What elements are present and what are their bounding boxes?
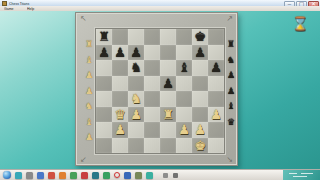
- piece-black-b[interactable]: ♝: [176, 60, 192, 76]
- square-f7[interactable]: [176, 45, 192, 61]
- square-f2[interactable]: ♟: [176, 122, 192, 138]
- taskbar-app-icon[interactable]: [92, 172, 99, 179]
- captured-black-piece: ♛: [227, 115, 235, 131]
- piece-black-p[interactable]: ♟: [208, 60, 224, 76]
- captured-black-piece: ♝: [227, 99, 235, 115]
- menu-help[interactable]: Help: [27, 7, 34, 10]
- taskbar-app-icon[interactable]: [146, 172, 153, 179]
- square-c1[interactable]: [128, 138, 144, 154]
- square-a4[interactable]: [96, 91, 112, 107]
- square-d1[interactable]: [144, 138, 160, 154]
- square-g6[interactable]: [192, 60, 208, 76]
- piece-black-r[interactable]: ♜: [96, 29, 112, 45]
- taskbar[interactable]: [0, 169, 320, 180]
- square-c6[interactable]: ♞: [128, 60, 144, 76]
- captured-white-piece: ♝: [85, 115, 93, 131]
- piece-black-p[interactable]: ♟: [112, 45, 128, 61]
- square-g1[interactable]: ♚: [192, 138, 208, 154]
- square-f5[interactable]: [176, 76, 192, 92]
- system-tray: [163, 173, 178, 178]
- corner-ornament-icon: ↘: [226, 155, 233, 164]
- square-h5[interactable]: [208, 76, 224, 92]
- square-g2[interactable]: ♟: [192, 122, 208, 138]
- taskbar-app-icon[interactable]: [70, 172, 77, 179]
- square-g4[interactable]: [192, 91, 208, 107]
- corner-ornament-icon: ↙: [80, 155, 87, 164]
- piece-white-p[interactable]: ♟: [112, 122, 128, 138]
- square-e3[interactable]: ♜: [160, 107, 176, 123]
- square-d6[interactable]: [144, 60, 160, 76]
- square-b5[interactable]: [112, 76, 128, 92]
- taskbar-app-icon[interactable]: [26, 172, 33, 179]
- window-title: Chess Titans: [9, 1, 29, 5]
- piece-white-p[interactable]: ♟: [192, 122, 208, 138]
- captured-white-piece: ♟: [85, 68, 93, 84]
- square-d8[interactable]: [144, 29, 160, 45]
- taskbar-app-icon[interactable]: [81, 172, 88, 179]
- taskbar-app-icon[interactable]: [48, 172, 55, 179]
- piece-white-r[interactable]: ♜: [160, 107, 176, 123]
- square-h1[interactable]: [208, 138, 224, 154]
- tray-clock-area[interactable]: [283, 170, 320, 180]
- square-f4[interactable]: [176, 91, 192, 107]
- square-b2[interactable]: ♟: [112, 122, 128, 138]
- taskbar-app-icon[interactable]: [15, 172, 22, 179]
- captured-white-piece: ♝: [85, 53, 93, 69]
- square-b4[interactable]: [112, 91, 128, 107]
- square-f8[interactable]: [176, 29, 192, 45]
- square-c3[interactable]: ♟: [128, 107, 144, 123]
- square-a5[interactable]: [96, 76, 112, 92]
- tray-icon[interactable]: [163, 173, 168, 178]
- piece-white-p[interactable]: ♟: [176, 122, 192, 138]
- square-e2[interactable]: [160, 122, 176, 138]
- piece-black-p[interactable]: ♟: [96, 45, 112, 61]
- captured-white-piece: ♜: [85, 37, 93, 53]
- taskbar-app-icon[interactable]: [59, 172, 66, 179]
- square-d5[interactable]: [144, 76, 160, 92]
- square-e7[interactable]: [160, 45, 176, 61]
- square-b3[interactable]: ♛: [112, 107, 128, 123]
- square-h3[interactable]: ♟: [208, 107, 224, 123]
- corner-ornament-icon: ↗: [226, 14, 233, 23]
- captured-black-piece: ♟: [227, 84, 235, 100]
- square-c2[interactable]: [128, 122, 144, 138]
- captured-white-piece: ♟: [85, 130, 93, 146]
- square-e5[interactable]: ♟: [160, 76, 176, 92]
- square-a3[interactable]: [96, 107, 112, 123]
- square-h7[interactable]: [208, 45, 224, 61]
- captured-white-column: ♜♝♟♟♞♝♟: [82, 37, 96, 146]
- piece-black-n[interactable]: ♞: [128, 60, 144, 76]
- square-c8[interactable]: [128, 29, 144, 45]
- piece-black-k[interactable]: ♚: [192, 29, 208, 45]
- piece-black-p[interactable]: ♟: [160, 76, 176, 92]
- captured-white-piece: ♞: [85, 99, 93, 115]
- square-a2[interactable]: [96, 122, 112, 138]
- square-b8[interactable]: [112, 29, 128, 45]
- square-g5[interactable]: [192, 76, 208, 92]
- square-g3[interactable]: [192, 107, 208, 123]
- captured-white-piece: ♟: [85, 84, 93, 100]
- game-background: ↖ ↗ ↙ ↘ ♜♚♟♟♟♟♞♝♟♟♞♛♟♜♟♟♟♟♚ ♜♝♟♟♞♝♟ ♜♞♟♟…: [0, 11, 320, 169]
- desktop-screen: Chess Titans – ▢ ✕ Game Help ↖ ↗ ↙ ↘ ♜♚♟…: [0, 0, 320, 180]
- square-f1[interactable]: [176, 138, 192, 154]
- square-e8[interactable]: [160, 29, 176, 45]
- taskbar-app-icons: [15, 172, 153, 179]
- captured-black-piece: ♜: [227, 37, 235, 53]
- taskbar-app-icon[interactable]: [37, 172, 44, 179]
- square-e4[interactable]: [160, 91, 176, 107]
- piece-white-p[interactable]: ♟: [128, 107, 144, 123]
- piece-white-p[interactable]: ♟: [208, 107, 224, 123]
- piece-white-k[interactable]: ♚: [192, 138, 208, 154]
- corner-ornament-icon: ↖: [80, 14, 87, 23]
- square-d3[interactable]: [144, 107, 160, 123]
- square-d7[interactable]: [144, 45, 160, 61]
- menu-game[interactable]: Game: [4, 7, 14, 10]
- square-d2[interactable]: [144, 122, 160, 138]
- square-h4[interactable]: [208, 91, 224, 107]
- square-a6[interactable]: [96, 60, 112, 76]
- start-button-icon[interactable]: [3, 171, 11, 179]
- board-squares: ♜♚♟♟♟♟♞♝♟♟♞♛♟♜♟♟♟♟♚: [96, 29, 224, 153]
- square-e6[interactable]: [160, 60, 176, 76]
- square-h6[interactable]: ♟: [208, 60, 224, 76]
- captured-black-piece: ♟: [227, 68, 235, 84]
- piece-white-q[interactable]: ♛: [112, 107, 128, 123]
- chess-board-frame: ↖ ↗ ↙ ↘ ♜♚♟♟♟♟♞♝♟♟♞♛♟♜♟♟♟♟♚ ♜♝♟♟♞♝♟ ♜♞♟♟…: [75, 12, 238, 166]
- square-f3[interactable]: [176, 107, 192, 123]
- square-c4[interactable]: ♞: [128, 91, 144, 107]
- taskbar-app-icon[interactable]: [135, 172, 142, 179]
- taskbar-app-icon[interactable]: [114, 172, 120, 178]
- square-b1[interactable]: [112, 138, 128, 154]
- square-d4[interactable]: [144, 91, 160, 107]
- square-c7[interactable]: ♟: [128, 45, 144, 61]
- captured-black-piece: ♞: [227, 53, 235, 69]
- square-f6[interactable]: ♝: [176, 60, 192, 76]
- square-b6[interactable]: [112, 60, 128, 76]
- piece-white-n[interactable]: ♞: [128, 91, 144, 107]
- square-a1[interactable]: [96, 138, 112, 154]
- taskbar-app-icon[interactable]: [124, 172, 131, 179]
- hourglass-icon: ⌛: [292, 16, 308, 31]
- piece-black-p[interactable]: ♟: [128, 45, 144, 61]
- square-h2[interactable]: [208, 122, 224, 138]
- square-h8[interactable]: [208, 29, 224, 45]
- tray-icon[interactable]: [173, 173, 178, 178]
- square-b7[interactable]: ♟: [112, 45, 128, 61]
- square-a8[interactable]: ♜: [96, 29, 112, 45]
- square-g8[interactable]: ♚: [192, 29, 208, 45]
- taskbar-app-icon[interactable]: [103, 172, 110, 179]
- square-c5[interactable]: [128, 76, 144, 92]
- piece-black-p[interactable]: ♟: [192, 45, 208, 61]
- square-a7[interactable]: ♟: [96, 45, 112, 61]
- app-icon: [2, 1, 7, 6]
- square-e1[interactable]: [160, 138, 176, 154]
- square-g7[interactable]: ♟: [192, 45, 208, 61]
- captured-black-column: ♜♞♟♟♝♛: [224, 37, 238, 130]
